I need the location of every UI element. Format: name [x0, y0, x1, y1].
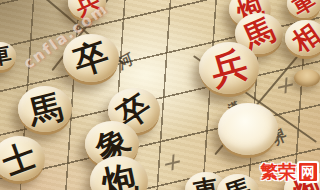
- xiangqi-piece-glare[interactable]: [218, 103, 278, 155]
- xiangqi-piece-red-elephant[interactable]: 相: [285, 20, 320, 56]
- site-logo-badge: 网: [297, 161, 319, 183]
- site-logo: 繁荣 网: [260, 160, 319, 184]
- xiangqi-photo-scene: 河 漢 界 兵 炮 車 馬 相 兵 卒 卒 馬 士 象 炮 車 馬 炮 車 cn…: [0, 0, 320, 190]
- xiangqi-piece-black-horse[interactable]: 馬: [18, 86, 72, 132]
- site-logo-text: 繁荣: [260, 160, 296, 184]
- xiangqi-piece-edge-on[interactable]: [294, 69, 320, 87]
- xiangqi-piece-red-soldier[interactable]: 兵: [199, 42, 259, 94]
